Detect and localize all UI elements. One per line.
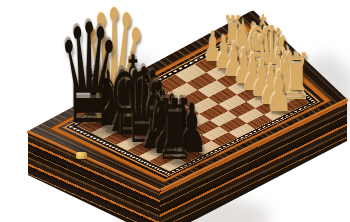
chess-set-photo: ♜♞♝♛♚♝♞♜♟♟♟♟♟♟♟♟♟♟♟♟♟♟♟♟♜♞♝♛♚♝♞♜♛♛ — [0, 0, 350, 222]
white-pawn-a2[interactable]: ♟ — [266, 62, 292, 118]
black-rook-a8[interactable]: ♜ — [156, 88, 194, 172]
